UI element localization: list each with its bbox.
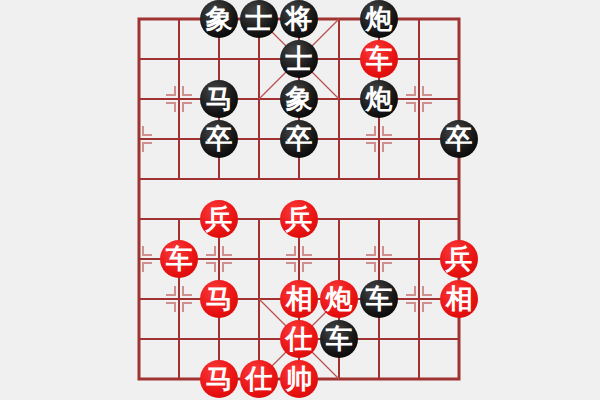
piece-glyph: 兵 — [446, 245, 473, 272]
piece-glyph: 帅 — [286, 365, 313, 392]
piece-red-cannon[interactable]: 炮 — [320, 280, 358, 318]
xiangqi-app: 象士将炮士车马象炮卒卒卒兵兵车兵马相炮车相仕车马仕帅 — [0, 0, 600, 400]
piece-grid: 象士将炮士车马象炮卒卒卒兵兵车兵马相炮车相仕车马仕帅 — [119, 0, 479, 399]
piece-red-advisor[interactable]: 仕 — [280, 320, 318, 358]
piece-red-soldier[interactable]: 兵 — [440, 240, 478, 278]
piece-glyph: 仕 — [246, 365, 273, 392]
piece-glyph: 车 — [366, 45, 393, 72]
piece-red-horse[interactable]: 马 — [200, 280, 238, 318]
piece-glyph: 马 — [206, 85, 233, 112]
piece-glyph: 车 — [326, 325, 353, 352]
piece-glyph: 卒 — [286, 125, 313, 152]
piece-glyph: 兵 — [286, 205, 313, 232]
piece-glyph: 将 — [286, 5, 313, 32]
piece-glyph: 士 — [246, 5, 273, 32]
piece-red-soldier[interactable]: 兵 — [200, 200, 238, 238]
piece-black-elephant[interactable]: 象 — [280, 80, 318, 118]
piece-black-chariot[interactable]: 车 — [360, 280, 398, 318]
piece-black-soldier[interactable]: 卒 — [440, 120, 478, 158]
piece-black-horse[interactable]: 马 — [200, 80, 238, 118]
xiangqi-board[interactable]: 象士将炮士车马象炮卒卒卒兵兵车兵马相炮车相仕车马仕帅 — [139, 19, 459, 379]
piece-glyph: 相 — [446, 285, 473, 312]
piece-black-soldier[interactable]: 卒 — [280, 120, 318, 158]
piece-glyph: 车 — [366, 285, 393, 312]
piece-red-advisor[interactable]: 仕 — [240, 360, 278, 398]
piece-red-chariot[interactable]: 车 — [360, 40, 398, 78]
piece-black-elephant[interactable]: 象 — [200, 0, 238, 38]
piece-black-cannon[interactable]: 炮 — [360, 80, 398, 118]
piece-red-general[interactable]: 帅 — [280, 360, 318, 398]
piece-red-elephant[interactable]: 相 — [440, 280, 478, 318]
piece-black-soldier[interactable]: 卒 — [200, 120, 238, 158]
piece-glyph: 仕 — [286, 325, 313, 352]
piece-glyph: 炮 — [366, 5, 393, 32]
piece-red-elephant[interactable]: 相 — [280, 280, 318, 318]
piece-black-chariot[interactable]: 车 — [320, 320, 358, 358]
piece-glyph: 马 — [206, 365, 233, 392]
piece-glyph: 卒 — [206, 125, 233, 152]
piece-glyph: 卒 — [446, 125, 473, 152]
piece-glyph: 相 — [286, 285, 313, 312]
piece-glyph: 兵 — [206, 205, 233, 232]
piece-black-advisor[interactable]: 士 — [240, 0, 278, 38]
piece-glyph: 车 — [166, 245, 193, 272]
piece-red-soldier[interactable]: 兵 — [280, 200, 318, 238]
piece-glyph: 士 — [286, 45, 313, 72]
piece-glyph: 炮 — [326, 285, 353, 312]
piece-black-cannon[interactable]: 炮 — [360, 0, 398, 38]
piece-black-advisor[interactable]: 士 — [280, 40, 318, 78]
piece-black-general[interactable]: 将 — [280, 0, 318, 38]
piece-glyph: 象 — [286, 85, 313, 112]
piece-glyph: 象 — [206, 5, 233, 32]
piece-red-chariot[interactable]: 车 — [160, 240, 198, 278]
piece-glyph: 炮 — [366, 85, 393, 112]
piece-glyph: 马 — [206, 285, 233, 312]
piece-red-horse[interactable]: 马 — [200, 360, 238, 398]
